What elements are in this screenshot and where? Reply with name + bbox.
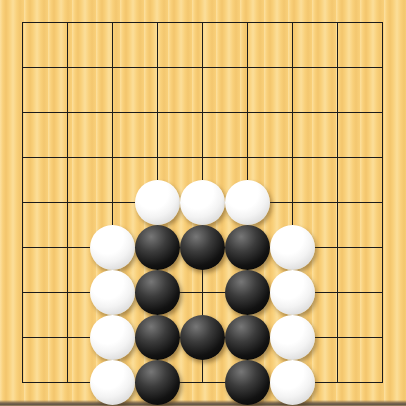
white-stone: ○ — [90, 225, 135, 270]
white-stone: ○ — [270, 360, 315, 405]
white-stone: ○ — [270, 225, 315, 270]
black-stone: ● — [135, 270, 180, 315]
white-stone: ○ — [270, 270, 315, 315]
white-stone: ○ — [135, 180, 180, 225]
white-stone: ○ — [90, 270, 135, 315]
black-stone: ● — [180, 225, 225, 270]
black-stone: ● — [225, 225, 270, 270]
white-stone: ○ — [180, 180, 225, 225]
stones-layer: ○○○○●●●○○●●○○●●●○○●●○ — [0, 0, 405, 405]
black-stone: ● — [135, 315, 180, 360]
black-stone: ● — [135, 360, 180, 405]
go-board: ○○○○●●●○○●●○○●●●○○●●○ — [0, 0, 406, 406]
white-stone: ○ — [225, 180, 270, 225]
white-stone: ○ — [90, 360, 135, 405]
black-stone: ● — [135, 225, 180, 270]
white-stone: ○ — [90, 315, 135, 360]
white-stone: ○ — [270, 315, 315, 360]
black-stone: ● — [225, 360, 270, 405]
black-stone: ● — [225, 270, 270, 315]
black-stone: ● — [180, 315, 225, 360]
black-stone: ● — [225, 315, 270, 360]
